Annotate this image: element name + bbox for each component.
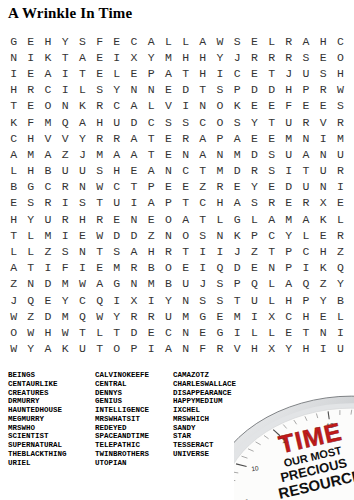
- grid-cell[interactable]: K: [229, 227, 246, 243]
- grid-cell[interactable]: A: [160, 341, 177, 357]
- grid-cell[interactable]: Q: [57, 114, 74, 130]
- grid-cell[interactable]: S: [211, 292, 228, 308]
- grid-cell[interactable]: W: [5, 341, 22, 357]
- grid-cell[interactable]: M: [22, 146, 39, 162]
- grid-cell[interactable]: H: [297, 308, 314, 324]
- grid-cell[interactable]: L: [332, 308, 349, 324]
- grid-cell[interactable]: Z: [143, 227, 160, 243]
- grid-cell[interactable]: G: [5, 33, 22, 49]
- grid-cell[interactable]: P: [143, 65, 160, 81]
- grid-cell[interactable]: T: [297, 324, 314, 340]
- grid-cell[interactable]: T: [194, 82, 211, 98]
- grid-cell[interactable]: U: [332, 146, 349, 162]
- grid-cell[interactable]: L: [263, 324, 280, 340]
- grid-cell[interactable]: R: [57, 179, 74, 195]
- grid-cell[interactable]: U: [160, 308, 177, 324]
- grid-cell[interactable]: V: [39, 130, 56, 146]
- grid-cell[interactable]: D: [280, 179, 297, 195]
- grid-cell[interactable]: P: [246, 227, 263, 243]
- grid-cell[interactable]: A: [297, 33, 314, 49]
- grid-cell[interactable]: K: [229, 98, 246, 114]
- grid-cell[interactable]: R: [211, 341, 228, 357]
- grid-cell[interactable]: O: [39, 98, 56, 114]
- grid-cell[interactable]: Y: [74, 130, 91, 146]
- grid-cell[interactable]: L: [143, 98, 160, 114]
- grid-cell[interactable]: L: [332, 211, 349, 227]
- grid-cell[interactable]: H: [74, 211, 91, 227]
- grid-cell[interactable]: C: [74, 292, 91, 308]
- grid-cell[interactable]: M: [57, 276, 74, 292]
- grid-cell[interactable]: U: [246, 292, 263, 308]
- grid-cell[interactable]: C: [39, 179, 56, 195]
- grid-cell[interactable]: L: [22, 243, 39, 259]
- grid-cell[interactable]: L: [160, 33, 177, 49]
- grid-cell[interactable]: Z: [22, 308, 39, 324]
- grid-cell[interactable]: R: [91, 98, 108, 114]
- grid-cell[interactable]: U: [74, 163, 91, 179]
- grid-cell[interactable]: M: [211, 163, 228, 179]
- grid-cell[interactable]: E: [125, 163, 142, 179]
- grid-cell[interactable]: I: [211, 243, 228, 259]
- grid-cell[interactable]: E: [160, 146, 177, 162]
- grid-cell[interactable]: S: [194, 227, 211, 243]
- grid-cell[interactable]: R: [91, 211, 108, 227]
- grid-cell[interactable]: M: [177, 308, 194, 324]
- grid-cell[interactable]: E: [91, 65, 108, 81]
- grid-cell[interactable]: V: [315, 114, 332, 130]
- grid-cell[interactable]: A: [74, 114, 91, 130]
- grid-cell[interactable]: I: [246, 308, 263, 324]
- grid-cell[interactable]: T: [177, 65, 194, 81]
- grid-cell[interactable]: H: [143, 243, 160, 259]
- grid-cell[interactable]: I: [143, 341, 160, 357]
- grid-cell[interactable]: N: [57, 98, 74, 114]
- grid-cell[interactable]: A: [143, 195, 160, 211]
- grid-cell[interactable]: S: [229, 33, 246, 49]
- grid-cell[interactable]: H: [315, 243, 332, 259]
- grid-cell[interactable]: I: [297, 260, 314, 276]
- grid-cell[interactable]: A: [125, 130, 142, 146]
- grid-cell[interactable]: D: [263, 82, 280, 98]
- grid-cell[interactable]: K: [74, 98, 91, 114]
- grid-cell[interactable]: G: [108, 276, 125, 292]
- grid-cell[interactable]: I: [57, 65, 74, 81]
- grid-cell[interactable]: Z: [246, 243, 263, 259]
- grid-cell[interactable]: E: [125, 65, 142, 81]
- grid-cell[interactable]: X: [263, 341, 280, 357]
- grid-cell[interactable]: M: [160, 49, 177, 65]
- grid-cell[interactable]: U: [57, 163, 74, 179]
- grid-cell[interactable]: L: [246, 324, 263, 340]
- grid-cell[interactable]: E: [143, 211, 160, 227]
- grid-cell[interactable]: L: [263, 292, 280, 308]
- grid-cell[interactable]: I: [143, 292, 160, 308]
- grid-cell[interactable]: I: [5, 65, 22, 81]
- grid-cell[interactable]: E: [194, 324, 211, 340]
- grid-cell[interactable]: E: [39, 292, 56, 308]
- grid-cell[interactable]: X: [315, 195, 332, 211]
- grid-cell[interactable]: L: [177, 33, 194, 49]
- grid-cell[interactable]: Q: [22, 292, 39, 308]
- grid-cell[interactable]: R: [22, 82, 39, 98]
- grid-cell[interactable]: Y: [332, 276, 349, 292]
- grid-cell[interactable]: M: [57, 308, 74, 324]
- grid-cell[interactable]: S: [91, 163, 108, 179]
- grid-cell[interactable]: R: [143, 308, 160, 324]
- grid-cell[interactable]: W: [332, 82, 349, 98]
- grid-cell[interactable]: S: [194, 292, 211, 308]
- grid-cell[interactable]: I: [177, 98, 194, 114]
- grid-cell[interactable]: T: [22, 260, 39, 276]
- grid-cell[interactable]: Q: [74, 308, 91, 324]
- grid-cell[interactable]: E: [297, 98, 314, 114]
- grid-cell[interactable]: I: [57, 195, 74, 211]
- grid-cell[interactable]: C: [332, 33, 349, 49]
- grid-cell[interactable]: E: [263, 179, 280, 195]
- grid-cell[interactable]: Z: [332, 243, 349, 259]
- grid-cell[interactable]: E: [91, 260, 108, 276]
- grid-cell[interactable]: H: [297, 341, 314, 357]
- grid-cell[interactable]: I: [315, 130, 332, 146]
- grid-cell[interactable]: R: [125, 260, 142, 276]
- grid-cell[interactable]: H: [39, 33, 56, 49]
- grid-cell[interactable]: F: [194, 341, 211, 357]
- grid-cell[interactable]: T: [177, 243, 194, 259]
- grid-cell[interactable]: F: [57, 260, 74, 276]
- grid-cell[interactable]: O: [160, 260, 177, 276]
- grid-cell[interactable]: S: [315, 65, 332, 81]
- grid-cell[interactable]: E: [160, 179, 177, 195]
- grid-cell[interactable]: U: [108, 195, 125, 211]
- grid-cell[interactable]: Y: [22, 211, 39, 227]
- grid-cell[interactable]: G: [22, 179, 39, 195]
- grid-cell[interactable]: M: [229, 146, 246, 162]
- grid-cell[interactable]: E: [211, 308, 228, 324]
- grid-cell[interactable]: T: [125, 179, 142, 195]
- grid-cell[interactable]: R: [280, 49, 297, 65]
- grid-cell[interactable]: T: [91, 195, 108, 211]
- grid-cell[interactable]: H: [177, 49, 194, 65]
- grid-cell[interactable]: E: [229, 179, 246, 195]
- grid-cell[interactable]: F: [280, 98, 297, 114]
- grid-cell[interactable]: U: [280, 114, 297, 130]
- grid-cell[interactable]: E: [246, 260, 263, 276]
- grid-cell[interactable]: T: [229, 292, 246, 308]
- grid-cell[interactable]: R: [246, 49, 263, 65]
- grid-cell[interactable]: E: [246, 65, 263, 81]
- grid-cell[interactable]: E: [246, 98, 263, 114]
- grid-cell[interactable]: N: [143, 82, 160, 98]
- grid-cell[interactable]: U: [280, 146, 297, 162]
- grid-cell[interactable]: S: [108, 243, 125, 259]
- grid-cell[interactable]: E: [160, 130, 177, 146]
- grid-cell[interactable]: I: [57, 82, 74, 98]
- grid-cell[interactable]: Z: [194, 179, 211, 195]
- grid-cell[interactable]: E: [315, 98, 332, 114]
- grid-cell[interactable]: R: [297, 195, 314, 211]
- grid-cell[interactable]: Q: [246, 276, 263, 292]
- grid-cell[interactable]: A: [108, 146, 125, 162]
- grid-cell[interactable]: H: [211, 195, 228, 211]
- grid-cell[interactable]: U: [39, 211, 56, 227]
- grid-cell[interactable]: C: [125, 33, 142, 49]
- grid-cell[interactable]: H: [5, 211, 22, 227]
- grid-cell[interactable]: A: [229, 130, 246, 146]
- grid-cell[interactable]: E: [22, 98, 39, 114]
- grid-cell[interactable]: Y: [211, 49, 228, 65]
- grid-cell[interactable]: C: [280, 308, 297, 324]
- grid-cell[interactable]: P: [229, 82, 246, 98]
- grid-cell[interactable]: H: [246, 341, 263, 357]
- grid-cell[interactable]: A: [143, 33, 160, 49]
- grid-cell[interactable]: N: [263, 260, 280, 276]
- grid-cell[interactable]: L: [263, 33, 280, 49]
- grid-cell[interactable]: C: [177, 163, 194, 179]
- grid-cell[interactable]: Y: [143, 49, 160, 65]
- grid-cell[interactable]: W: [211, 33, 228, 49]
- grid-cell[interactable]: H: [332, 65, 349, 81]
- grid-cell[interactable]: T: [91, 341, 108, 357]
- grid-cell[interactable]: W: [57, 324, 74, 340]
- grid-cell[interactable]: A: [194, 146, 211, 162]
- grid-cell[interactable]: N: [160, 227, 177, 243]
- grid-cell[interactable]: W: [22, 324, 39, 340]
- grid-cell[interactable]: Y: [280, 341, 297, 357]
- grid-cell[interactable]: R: [177, 130, 194, 146]
- grid-cell[interactable]: M: [143, 276, 160, 292]
- grid-cell[interactable]: Y: [57, 33, 74, 49]
- grid-cell[interactable]: N: [160, 163, 177, 179]
- grid-cell[interactable]: N: [74, 179, 91, 195]
- grid-cell[interactable]: L: [211, 211, 228, 227]
- grid-cell[interactable]: N: [194, 98, 211, 114]
- grid-cell[interactable]: P: [211, 130, 228, 146]
- grid-cell[interactable]: Z: [57, 146, 74, 162]
- grid-cell[interactable]: T: [74, 65, 91, 81]
- grid-cell[interactable]: S: [246, 195, 263, 211]
- grid-cell[interactable]: C: [194, 195, 211, 211]
- grid-cell[interactable]: H: [39, 324, 56, 340]
- grid-cell[interactable]: B: [143, 260, 160, 276]
- grid-cell[interactable]: W: [91, 179, 108, 195]
- grid-cell[interactable]: E: [315, 227, 332, 243]
- grid-cell[interactable]: R: [332, 163, 349, 179]
- grid-cell[interactable]: H: [194, 65, 211, 81]
- grid-cell[interactable]: O: [211, 114, 228, 130]
- grid-cell[interactable]: C: [108, 98, 125, 114]
- grid-cell[interactable]: M: [280, 130, 297, 146]
- grid-cell[interactable]: S: [74, 195, 91, 211]
- grid-cell[interactable]: S: [57, 243, 74, 259]
- grid-cell[interactable]: K: [39, 49, 56, 65]
- grid-cell[interactable]: Z: [5, 276, 22, 292]
- grid-cell[interactable]: J: [229, 243, 246, 259]
- grid-cell[interactable]: I: [39, 260, 56, 276]
- grid-cell[interactable]: A: [125, 243, 142, 259]
- grid-cell[interactable]: L: [5, 243, 22, 259]
- grid-cell[interactable]: S: [22, 195, 39, 211]
- grid-cell[interactable]: W: [74, 276, 91, 292]
- grid-cell[interactable]: V: [57, 130, 74, 146]
- grid-cell[interactable]: O: [177, 227, 194, 243]
- grid-cell[interactable]: H: [280, 292, 297, 308]
- grid-cell[interactable]: U: [315, 163, 332, 179]
- grid-cell[interactable]: W: [5, 308, 22, 324]
- grid-cell[interactable]: Y: [280, 227, 297, 243]
- grid-cell[interactable]: L: [108, 65, 125, 81]
- grid-cell[interactable]: E: [160, 82, 177, 98]
- grid-cell[interactable]: O: [332, 49, 349, 65]
- grid-cell[interactable]: A: [177, 211, 194, 227]
- grid-cell[interactable]: R: [108, 130, 125, 146]
- grid-cell[interactable]: A: [125, 98, 142, 114]
- grid-cell[interactable]: C: [39, 82, 56, 98]
- grid-cell[interactable]: E: [246, 130, 263, 146]
- grid-cell[interactable]: S: [297, 49, 314, 65]
- grid-cell[interactable]: L: [246, 211, 263, 227]
- grid-cell[interactable]: K: [315, 211, 332, 227]
- grid-cell[interactable]: R: [332, 227, 349, 243]
- grid-cell[interactable]: T: [263, 65, 280, 81]
- grid-cell[interactable]: V: [229, 341, 246, 357]
- grid-cell[interactable]: R: [125, 308, 142, 324]
- grid-cell[interactable]: E: [108, 33, 125, 49]
- grid-cell[interactable]: A: [39, 65, 56, 81]
- grid-cell[interactable]: T: [263, 114, 280, 130]
- grid-cell[interactable]: N: [125, 82, 142, 98]
- grid-cell[interactable]: D: [229, 260, 246, 276]
- grid-cell[interactable]: A: [125, 146, 142, 162]
- grid-cell[interactable]: I: [332, 179, 349, 195]
- grid-cell[interactable]: K: [5, 114, 22, 130]
- grid-cell[interactable]: I: [280, 163, 297, 179]
- grid-cell[interactable]: A: [229, 195, 246, 211]
- grid-cell[interactable]: I: [22, 49, 39, 65]
- grid-cell[interactable]: J: [5, 292, 22, 308]
- grid-cell[interactable]: U: [297, 179, 314, 195]
- grid-cell[interactable]: R: [246, 163, 263, 179]
- grid-cell[interactable]: X: [263, 308, 280, 324]
- grid-cell[interactable]: L: [22, 227, 39, 243]
- grid-cell[interactable]: Q: [91, 292, 108, 308]
- grid-cell[interactable]: Z: [315, 276, 332, 292]
- grid-cell[interactable]: R: [211, 179, 228, 195]
- grid-cell[interactable]: S: [229, 114, 246, 130]
- grid-cell[interactable]: N: [74, 243, 91, 259]
- grid-cell[interactable]: E: [246, 33, 263, 49]
- grid-cell[interactable]: A: [160, 65, 177, 81]
- grid-cell[interactable]: C: [297, 243, 314, 259]
- grid-cell[interactable]: T: [143, 146, 160, 162]
- grid-cell[interactable]: R: [39, 195, 56, 211]
- grid-cell[interactable]: E: [177, 260, 194, 276]
- grid-cell[interactable]: T: [194, 211, 211, 227]
- grid-cell[interactable]: N: [315, 146, 332, 162]
- grid-cell[interactable]: Y: [315, 292, 332, 308]
- grid-cell[interactable]: U: [177, 276, 194, 292]
- grid-cell[interactable]: M: [39, 114, 56, 130]
- grid-cell[interactable]: B: [160, 276, 177, 292]
- grid-cell[interactable]: A: [5, 146, 22, 162]
- grid-cell[interactable]: T: [297, 163, 314, 179]
- grid-cell[interactable]: A: [297, 146, 314, 162]
- grid-cell[interactable]: T: [91, 243, 108, 259]
- grid-cell[interactable]: X: [125, 292, 142, 308]
- grid-cell[interactable]: N: [177, 292, 194, 308]
- grid-cell[interactable]: I: [108, 292, 125, 308]
- grid-cell[interactable]: L: [263, 276, 280, 292]
- grid-cell[interactable]: T: [177, 195, 194, 211]
- grid-cell[interactable]: W: [91, 227, 108, 243]
- grid-cell[interactable]: E: [91, 49, 108, 65]
- grid-cell[interactable]: G: [229, 211, 246, 227]
- grid-cell[interactable]: N: [5, 49, 22, 65]
- grid-cell[interactable]: E: [280, 195, 297, 211]
- grid-cell[interactable]: E: [332, 195, 349, 211]
- grid-cell[interactable]: V: [160, 98, 177, 114]
- grid-cell[interactable]: N: [211, 146, 228, 162]
- grid-cell[interactable]: Y: [57, 292, 74, 308]
- grid-cell[interactable]: X: [125, 49, 142, 65]
- grid-cell[interactable]: H: [91, 114, 108, 130]
- grid-cell[interactable]: O: [108, 341, 125, 357]
- grid-cell[interactable]: O: [5, 324, 22, 340]
- grid-cell[interactable]: I: [332, 324, 349, 340]
- grid-cell[interactable]: P: [160, 195, 177, 211]
- grid-cell[interactable]: N: [125, 211, 142, 227]
- grid-cell[interactable]: Y: [246, 114, 263, 130]
- grid-cell[interactable]: R: [263, 195, 280, 211]
- grid-cell[interactable]: L: [297, 227, 314, 243]
- grid-cell[interactable]: T: [5, 227, 22, 243]
- grid-cell[interactable]: M: [280, 211, 297, 227]
- grid-cell[interactable]: S: [160, 114, 177, 130]
- grid-cell[interactable]: Q: [297, 276, 314, 292]
- grid-cell[interactable]: S: [91, 82, 108, 98]
- grid-cell[interactable]: Y: [108, 308, 125, 324]
- grid-cell[interactable]: W: [91, 308, 108, 324]
- grid-cell[interactable]: U: [108, 114, 125, 130]
- grid-cell[interactable]: M: [39, 227, 56, 243]
- grid-cell[interactable]: E: [108, 211, 125, 227]
- grid-cell[interactable]: I: [74, 260, 91, 276]
- grid-cell[interactable]: P: [125, 341, 142, 357]
- grid-cell[interactable]: E: [143, 324, 160, 340]
- grid-cell[interactable]: I: [108, 49, 125, 65]
- grid-cell[interactable]: B: [39, 163, 56, 179]
- grid-cell[interactable]: Y: [22, 341, 39, 357]
- grid-cell[interactable]: K: [57, 341, 74, 357]
- grid-cell[interactable]: T: [57, 49, 74, 65]
- grid-cell[interactable]: G: [211, 324, 228, 340]
- grid-cell[interactable]: H: [22, 130, 39, 146]
- grid-cell[interactable]: C: [263, 227, 280, 243]
- grid-cell[interactable]: P: [143, 179, 160, 195]
- grid-cell[interactable]: N: [177, 324, 194, 340]
- grid-cell[interactable]: D: [125, 324, 142, 340]
- grid-cell[interactable]: T: [5, 98, 22, 114]
- grid-cell[interactable]: H: [280, 82, 297, 98]
- grid-cell[interactable]: L: [91, 324, 108, 340]
- grid-cell[interactable]: C: [5, 130, 22, 146]
- grid-cell[interactable]: G: [194, 308, 211, 324]
- grid-cell[interactable]: A: [39, 146, 56, 162]
- grid-cell[interactable]: E: [280, 324, 297, 340]
- grid-cell[interactable]: U: [332, 341, 349, 357]
- grid-cell[interactable]: D: [246, 82, 263, 98]
- grid-cell[interactable]: S: [74, 33, 91, 49]
- grid-cell[interactable]: O: [160, 211, 177, 227]
